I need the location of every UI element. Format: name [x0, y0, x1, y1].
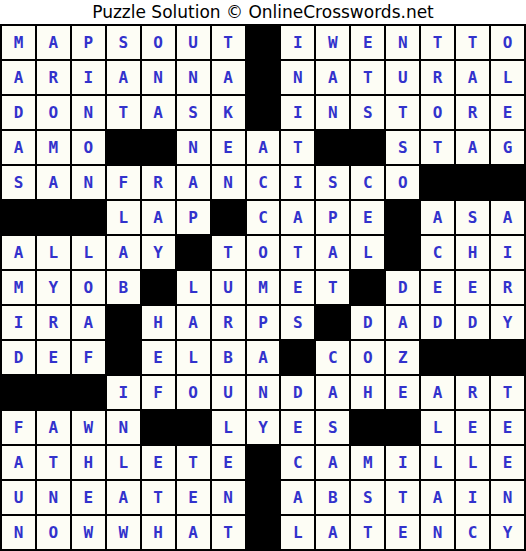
letter-cell: E: [142, 341, 175, 374]
letter-cell: D: [281, 376, 314, 409]
letter-cell: A: [72, 306, 105, 339]
letter-cell: N: [491, 481, 524, 514]
letter-cell: M: [247, 271, 280, 304]
black-cell: [142, 271, 175, 304]
letter-cell: A: [177, 516, 210, 549]
letter-cell: T: [212, 236, 245, 269]
letter-cell: D: [456, 306, 489, 339]
letter-cell: D: [386, 271, 419, 304]
letter-cell: R: [491, 271, 524, 304]
letter-cell: A: [107, 481, 140, 514]
letter-cell: A: [177, 306, 210, 339]
letter-cell: L: [456, 446, 489, 479]
letter-cell: Y: [247, 411, 280, 444]
letter-cell: E: [491, 96, 524, 129]
letter-cell: L: [351, 236, 384, 269]
letter-cell: O: [351, 341, 384, 374]
letter-cell: A: [316, 376, 349, 409]
letter-cell: S: [2, 166, 35, 199]
letter-cell: I: [281, 166, 314, 199]
letter-cell: A: [142, 96, 175, 129]
black-cell: [491, 166, 524, 199]
black-cell: [351, 411, 384, 444]
letter-cell: W: [72, 411, 105, 444]
letter-cell: O: [491, 26, 524, 59]
letter-cell: Z: [386, 341, 419, 374]
letter-cell: I: [491, 236, 524, 269]
letter-cell: I: [72, 61, 105, 94]
letter-cell: S: [386, 131, 419, 164]
letter-cell: L: [421, 446, 454, 479]
letter-cell: A: [37, 166, 70, 199]
black-cell: [421, 341, 454, 374]
black-cell: [72, 201, 105, 234]
letter-cell: D: [2, 341, 35, 374]
letter-cell: T: [281, 236, 314, 269]
letter-cell: E: [421, 271, 454, 304]
letter-cell: A: [177, 166, 210, 199]
letter-cell: H: [456, 236, 489, 269]
letter-cell: E: [386, 516, 419, 549]
letter-cell: A: [386, 306, 419, 339]
letter-cell: N: [212, 481, 245, 514]
letter-cell: R: [456, 96, 489, 129]
letter-cell: I: [456, 481, 489, 514]
letter-cell: A: [142, 201, 175, 234]
letter-cell: S: [316, 166, 349, 199]
black-cell: [351, 131, 384, 164]
letter-cell: E: [142, 446, 175, 479]
letter-cell: A: [316, 236, 349, 269]
letter-cell: O: [247, 236, 280, 269]
letter-cell: R: [421, 61, 454, 94]
black-cell: [351, 271, 384, 304]
letter-cell: I: [2, 306, 35, 339]
letter-cell: F: [72, 341, 105, 374]
letter-cell: P: [247, 306, 280, 339]
letter-cell: F: [107, 166, 140, 199]
letter-cell: A: [37, 411, 70, 444]
letter-cell: H: [72, 446, 105, 479]
letter-cell: H: [142, 516, 175, 549]
letter-cell: I: [281, 96, 314, 129]
black-cell: [142, 411, 175, 444]
black-cell: [72, 376, 105, 409]
black-cell: [2, 376, 35, 409]
letter-cell: C: [351, 166, 384, 199]
letter-cell: C: [281, 446, 314, 479]
letter-cell: N: [281, 61, 314, 94]
letter-cell: F: [142, 376, 175, 409]
letter-cell: S: [351, 96, 384, 129]
letter-cell: A: [421, 481, 454, 514]
letter-cell: A: [107, 236, 140, 269]
letter-cell: N: [177, 61, 210, 94]
letter-cell: L: [177, 341, 210, 374]
letter-cell: U: [212, 271, 245, 304]
letter-cell: B: [212, 341, 245, 374]
letter-cell: M: [2, 26, 35, 59]
letter-cell: B: [107, 271, 140, 304]
letter-cell: N: [316, 96, 349, 129]
letter-cell: U: [2, 481, 35, 514]
letter-cell: C: [456, 516, 489, 549]
letter-cell: L: [107, 446, 140, 479]
letter-cell: Y: [37, 271, 70, 304]
letter-cell: A: [247, 131, 280, 164]
black-cell: [37, 376, 70, 409]
letter-cell: N: [107, 411, 140, 444]
letter-cell: T: [351, 61, 384, 94]
letter-cell: T: [421, 26, 454, 59]
black-cell: [107, 306, 140, 339]
letter-cell: I: [386, 446, 419, 479]
letter-cell: W: [72, 516, 105, 549]
letter-cell: S: [281, 306, 314, 339]
letter-cell: Y: [142, 236, 175, 269]
black-cell: [316, 131, 349, 164]
letter-cell: U: [177, 26, 210, 59]
letter-cell: N: [247, 376, 280, 409]
letter-cell: L: [37, 236, 70, 269]
letter-cell: O: [37, 96, 70, 129]
letter-cell: Y: [491, 516, 524, 549]
letter-cell: O: [37, 516, 70, 549]
letter-cell: L: [72, 236, 105, 269]
black-cell: [107, 131, 140, 164]
letter-cell: E: [281, 411, 314, 444]
letter-cell: T: [351, 516, 384, 549]
letter-cell: E: [72, 481, 105, 514]
black-cell: [247, 61, 280, 94]
letter-cell: M: [2, 271, 35, 304]
letter-cell: A: [247, 341, 280, 374]
letter-cell: R: [37, 61, 70, 94]
black-cell: [386, 236, 419, 269]
letter-cell: M: [37, 131, 70, 164]
letter-cell: M: [351, 446, 384, 479]
letter-cell: N: [72, 166, 105, 199]
letter-cell: U: [212, 376, 245, 409]
letter-cell: Y: [491, 306, 524, 339]
letter-cell: T: [107, 96, 140, 129]
letter-cell: N: [2, 516, 35, 549]
letter-cell: S: [107, 26, 140, 59]
letter-cell: A: [456, 61, 489, 94]
letter-cell: C: [421, 236, 454, 269]
letter-cell: H: [351, 376, 384, 409]
letter-cell: A: [281, 481, 314, 514]
letter-cell: T: [212, 26, 245, 59]
letter-cell: R: [456, 376, 489, 409]
letter-cell: O: [142, 26, 175, 59]
letter-cell: D: [2, 96, 35, 129]
letter-cell: T: [491, 376, 524, 409]
letter-cell: O: [177, 376, 210, 409]
letter-cell: A: [316, 61, 349, 94]
page-title: Puzzle Solution © OnlineCrosswords.net: [0, 0, 526, 24]
letter-cell: L: [491, 61, 524, 94]
letter-cell: I: [107, 376, 140, 409]
letter-cell: A: [212, 61, 245, 94]
letter-cell: E: [212, 131, 245, 164]
letter-cell: E: [491, 446, 524, 479]
letter-cell: T: [177, 446, 210, 479]
letter-cell: E: [351, 26, 384, 59]
letter-cell: R: [142, 166, 175, 199]
letter-cell: N: [386, 26, 419, 59]
crossword-grid: MAPSOUTIWENTTOARIANNANATURALDONTASKINSTO…: [0, 24, 526, 551]
letter-cell: D: [421, 306, 454, 339]
black-cell: [177, 411, 210, 444]
letter-cell: A: [281, 201, 314, 234]
letter-cell: E: [212, 446, 245, 479]
letter-cell: A: [456, 131, 489, 164]
black-cell: [142, 131, 175, 164]
letter-cell: E: [456, 411, 489, 444]
letter-cell: A: [491, 201, 524, 234]
letter-cell: D: [351, 306, 384, 339]
black-cell: [107, 341, 140, 374]
letter-cell: S: [456, 201, 489, 234]
letter-cell: W: [107, 516, 140, 549]
letter-cell: R: [212, 306, 245, 339]
letter-cell: O: [72, 131, 105, 164]
letter-cell: N: [37, 481, 70, 514]
letter-cell: L: [212, 411, 245, 444]
letter-cell: L: [107, 201, 140, 234]
letter-cell: N: [177, 131, 210, 164]
black-cell: [247, 516, 280, 549]
letter-cell: A: [2, 446, 35, 479]
black-cell: [247, 446, 280, 479]
letter-cell: S: [316, 411, 349, 444]
letter-cell: A: [2, 131, 35, 164]
letter-cell: A: [421, 376, 454, 409]
letter-cell: E: [37, 341, 70, 374]
letter-cell: E: [456, 271, 489, 304]
letter-cell: F: [2, 411, 35, 444]
letter-cell: L: [281, 516, 314, 549]
black-cell: [316, 306, 349, 339]
letter-cell: T: [37, 446, 70, 479]
letter-cell: P: [316, 201, 349, 234]
letter-cell: O: [72, 271, 105, 304]
letter-cell: T: [212, 516, 245, 549]
black-cell: [247, 96, 280, 129]
letter-cell: P: [177, 201, 210, 234]
letter-cell: T: [386, 481, 419, 514]
black-cell: [247, 26, 280, 59]
letter-cell: N: [72, 96, 105, 129]
letter-cell: E: [491, 411, 524, 444]
black-cell: [456, 341, 489, 374]
letter-cell: T: [386, 96, 419, 129]
black-cell: [421, 166, 454, 199]
black-cell: [177, 236, 210, 269]
letter-cell: L: [421, 411, 454, 444]
letter-cell: A: [316, 516, 349, 549]
letter-cell: G: [491, 131, 524, 164]
letter-cell: E: [177, 481, 210, 514]
letter-cell: T: [456, 26, 489, 59]
letter-cell: L: [177, 271, 210, 304]
letter-cell: O: [386, 166, 419, 199]
letter-cell: U: [386, 61, 419, 94]
letter-cell: A: [421, 201, 454, 234]
letter-cell: E: [386, 376, 419, 409]
letter-cell: A: [2, 61, 35, 94]
black-cell: [212, 201, 245, 234]
letter-cell: P: [72, 26, 105, 59]
letter-cell: C: [247, 166, 280, 199]
letter-cell: C: [247, 201, 280, 234]
letter-cell: O: [421, 96, 454, 129]
letter-cell: A: [2, 236, 35, 269]
letter-cell: S: [177, 96, 210, 129]
letter-cell: B: [316, 481, 349, 514]
letter-cell: C: [316, 341, 349, 374]
black-cell: [386, 411, 419, 444]
black-cell: [386, 201, 419, 234]
letter-cell: E: [281, 271, 314, 304]
letter-cell: T: [281, 131, 314, 164]
letter-cell: N: [142, 61, 175, 94]
black-cell: [456, 166, 489, 199]
letter-cell: E: [351, 201, 384, 234]
letter-cell: N: [421, 516, 454, 549]
letter-cell: T: [421, 131, 454, 164]
black-cell: [281, 341, 314, 374]
black-cell: [247, 481, 280, 514]
letter-cell: S: [351, 481, 384, 514]
letter-cell: T: [142, 481, 175, 514]
letter-cell: W: [316, 26, 349, 59]
letter-cell: H: [142, 306, 175, 339]
letter-cell: I: [281, 26, 314, 59]
letter-cell: R: [37, 306, 70, 339]
letter-cell: K: [212, 96, 245, 129]
black-cell: [491, 341, 524, 374]
letter-cell: A: [107, 61, 140, 94]
letter-cell: T: [316, 271, 349, 304]
letter-cell: N: [212, 166, 245, 199]
letter-cell: A: [37, 26, 70, 59]
black-cell: [2, 201, 35, 234]
black-cell: [37, 201, 70, 234]
letter-cell: A: [316, 446, 349, 479]
